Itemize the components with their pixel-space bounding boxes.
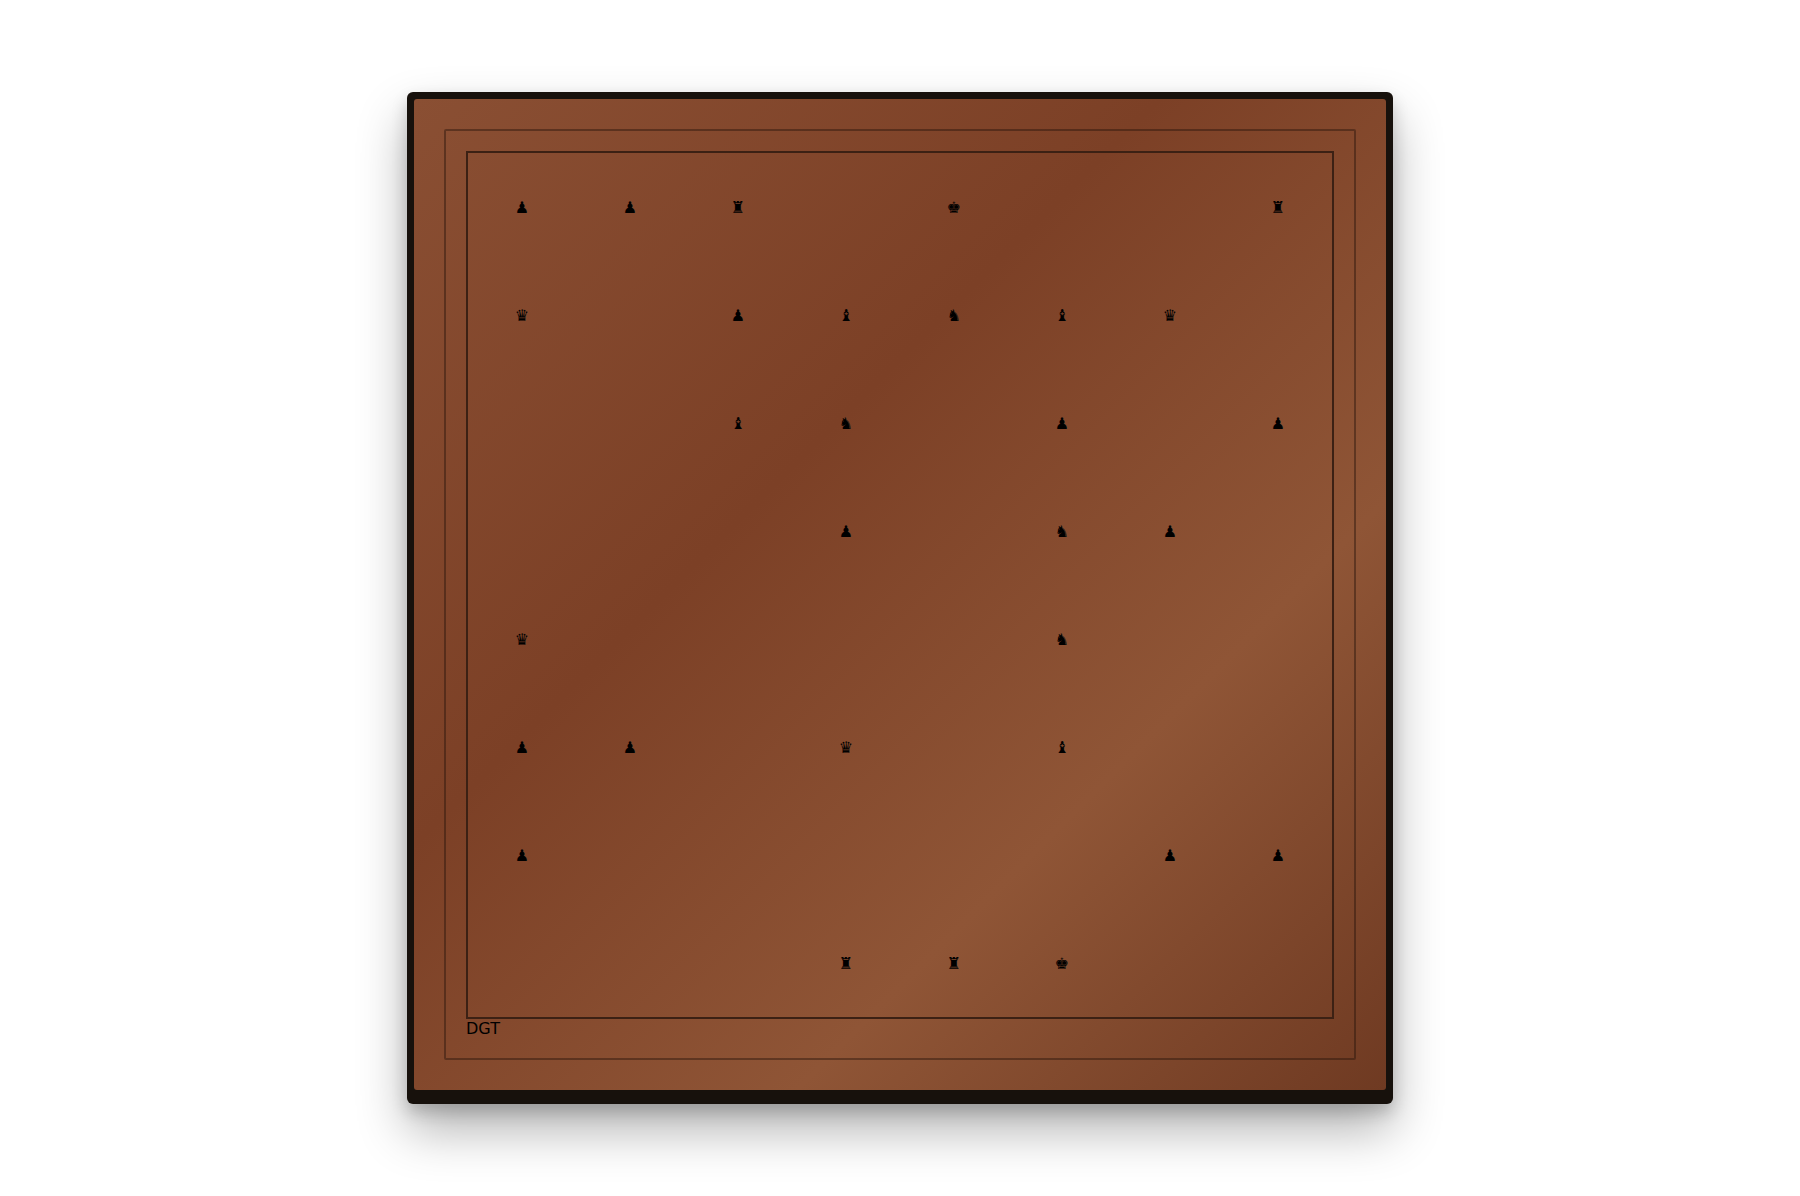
square-f4: ♞: [1008, 585, 1116, 693]
square-f8: [1008, 153, 1116, 261]
dgt-logo: DGT: [466, 1019, 500, 1038]
black-pawn: ♟: [623, 198, 637, 217]
white-pawn: ♟: [1271, 846, 1285, 865]
square-a7: ♛: [468, 261, 576, 369]
square-a5: [468, 477, 576, 585]
square-e3: [900, 693, 1008, 801]
black-king: ♚: [947, 198, 961, 217]
square-g1: [1116, 909, 1224, 1017]
black-pawn: ♟: [731, 306, 745, 325]
square-f5: ♞: [1008, 477, 1116, 585]
square-h6: ♟: [1224, 369, 1332, 477]
square-c6: ♝: [684, 369, 792, 477]
square-b5: [576, 477, 684, 585]
board-frame: ♟♟♜♚♜♛♟♝♞♝♛♝♞♟♟♟♞♟♛♞♟♟♛♝♟♟♟♜♜♚ DGT: [414, 99, 1386, 1090]
square-f7: ♝: [1008, 261, 1116, 369]
square-c8: ♜: [684, 153, 792, 261]
square-e5: [900, 477, 1008, 585]
white-rook: ♜: [839, 954, 853, 973]
black-knight: ♞: [947, 306, 961, 325]
square-h4: [1224, 585, 1332, 693]
white-pawn: ♟: [515, 846, 529, 865]
square-d8: [792, 153, 900, 261]
square-b3: ♟: [576, 693, 684, 801]
white-knight: ♞: [1055, 522, 1069, 541]
square-f2: [1008, 801, 1116, 909]
square-c2: [684, 801, 792, 909]
black-queen: ♛: [1163, 306, 1177, 325]
square-e2: [900, 801, 1008, 909]
square-e7: ♞: [900, 261, 1008, 369]
square-d4: [792, 585, 900, 693]
white-queen: ♛: [839, 738, 853, 757]
black-bishop: ♝: [1055, 306, 1069, 325]
square-e4: [900, 585, 1008, 693]
white-pawn: ♟: [839, 522, 853, 541]
square-f3: ♝: [1008, 693, 1116, 801]
black-bishop: ♝: [839, 306, 853, 325]
square-e8: ♚: [900, 153, 1008, 261]
square-c3: [684, 693, 792, 801]
square-h7: [1224, 261, 1332, 369]
black-queen: ♛: [515, 306, 529, 325]
square-h3: [1224, 693, 1332, 801]
square-a3: ♟: [468, 693, 576, 801]
square-g4: [1116, 585, 1224, 693]
white-knight: ♞: [1055, 630, 1069, 649]
square-d6: ♞: [792, 369, 900, 477]
square-g3: [1116, 693, 1224, 801]
white-pawn: ♟: [623, 738, 637, 757]
square-b7: [576, 261, 684, 369]
square-b4: [576, 585, 684, 693]
square-f6: ♟: [1008, 369, 1116, 477]
black-pawn: ♟: [1271, 414, 1285, 433]
white-pawn: ♟: [515, 738, 529, 757]
white-bishop: ♝: [1055, 738, 1069, 757]
white-rook: ♜: [947, 954, 961, 973]
white-bishop: ♝: [731, 414, 745, 433]
square-g2: ♟: [1116, 801, 1224, 909]
black-knight: ♞: [839, 414, 853, 433]
square-a4: ♛: [468, 585, 576, 693]
square-b1: [576, 909, 684, 1017]
square-b6: [576, 369, 684, 477]
square-d3: ♛: [792, 693, 900, 801]
board-scene: ♟♟♜♚♜♛♟♝♞♝♛♝♞♟♟♟♞♟♛♞♟♟♛♝♟♟♟♜♜♚ DGT: [407, 92, 1393, 1104]
square-a8: ♟: [468, 153, 576, 261]
white-king: ♚: [1055, 954, 1069, 973]
square-h8: ♜: [1224, 153, 1332, 261]
square-g5: ♟: [1116, 477, 1224, 585]
black-pawn: ♟: [1163, 522, 1177, 541]
square-h5: [1224, 477, 1332, 585]
square-f1: ♚: [1008, 909, 1116, 1017]
square-a2: ♟: [468, 801, 576, 909]
photo-scene: ♟♟♜♚♜♛♟♝♞♝♛♝♞♟♟♟♞♟♛♞♟♟♛♝♟♟♟♜♜♚ DGT: [0, 0, 1800, 1196]
square-d7: ♝: [792, 261, 900, 369]
square-b8: ♟: [576, 153, 684, 261]
square-g7: ♛: [1116, 261, 1224, 369]
white-pawn: ♟: [1163, 846, 1177, 865]
square-e6: [900, 369, 1008, 477]
white-queen: ♛: [515, 630, 529, 649]
square-a6: [468, 369, 576, 477]
square-e1: ♜: [900, 909, 1008, 1017]
black-rook: ♜: [1271, 198, 1285, 217]
black-pawn: ♟: [515, 198, 529, 217]
square-h2: ♟: [1224, 801, 1332, 909]
square-c4: [684, 585, 792, 693]
square-d1: ♜: [792, 909, 900, 1017]
square-g6: [1116, 369, 1224, 477]
square-c7: ♟: [684, 261, 792, 369]
chess-board: ♟♟♜♚♜♛♟♝♞♝♛♝♞♟♟♟♞♟♛♞♟♟♛♝♟♟♟♜♜♚: [466, 151, 1334, 1019]
square-d5: ♟: [792, 477, 900, 585]
square-a1: [468, 909, 576, 1017]
square-c1: [684, 909, 792, 1017]
square-b2: [576, 801, 684, 909]
board-outer-edge: ♟♟♜♚♜♛♟♝♞♝♛♝♞♟♟♟♞♟♛♞♟♟♛♝♟♟♟♜♜♚ DGT: [407, 92, 1393, 1104]
square-d2: [792, 801, 900, 909]
square-g8: [1116, 153, 1224, 261]
black-rook: ♜: [731, 198, 745, 217]
square-c5: [684, 477, 792, 585]
black-pawn: ♟: [1055, 414, 1069, 433]
square-h1: [1224, 909, 1332, 1017]
